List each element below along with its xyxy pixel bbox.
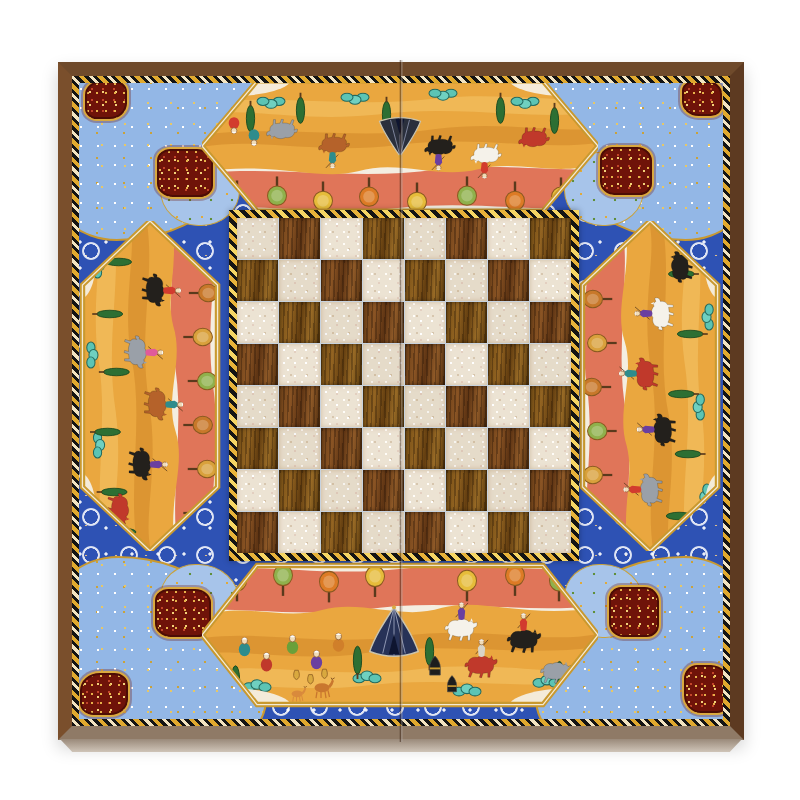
square-d7[interactable] bbox=[363, 260, 404, 301]
photo-canvas bbox=[0, 0, 800, 800]
square-g4[interactable] bbox=[488, 386, 529, 427]
square-a6[interactable] bbox=[237, 302, 278, 343]
square-b7[interactable] bbox=[279, 260, 320, 301]
figure-icon bbox=[686, 522, 704, 533]
square-c2[interactable] bbox=[321, 470, 362, 511]
square-c4[interactable] bbox=[321, 386, 362, 427]
square-g3[interactable] bbox=[488, 428, 529, 469]
square-d8[interactable] bbox=[363, 218, 404, 259]
square-d3[interactable] bbox=[363, 428, 404, 469]
square-e7[interactable] bbox=[405, 260, 446, 301]
miniature-panel-right bbox=[578, 221, 722, 551]
square-h3[interactable] bbox=[530, 428, 571, 469]
square-a7[interactable] bbox=[237, 260, 278, 301]
square-f8[interactable] bbox=[446, 218, 487, 259]
square-c3[interactable] bbox=[321, 428, 362, 469]
square-f7[interactable] bbox=[446, 260, 487, 301]
square-a3[interactable] bbox=[237, 428, 278, 469]
square-f4[interactable] bbox=[446, 386, 487, 427]
vessel-icon bbox=[294, 670, 300, 679]
square-d1[interactable] bbox=[363, 512, 404, 553]
square-b2[interactable] bbox=[279, 470, 320, 511]
square-c7[interactable] bbox=[321, 260, 362, 301]
square-g2[interactable] bbox=[488, 470, 529, 511]
square-e8[interactable] bbox=[405, 218, 446, 259]
square-b5[interactable] bbox=[279, 344, 320, 385]
square-g6[interactable] bbox=[488, 302, 529, 343]
square-a1[interactable] bbox=[237, 512, 278, 553]
square-e2[interactable] bbox=[405, 470, 446, 511]
square-b3[interactable] bbox=[279, 428, 320, 469]
fold-seam bbox=[399, 60, 403, 742]
square-d2[interactable] bbox=[363, 470, 404, 511]
square-h2[interactable] bbox=[530, 470, 571, 511]
square-e3[interactable] bbox=[405, 428, 446, 469]
square-e5[interactable] bbox=[405, 344, 446, 385]
square-h6[interactable] bbox=[530, 302, 571, 343]
medallion-large-br bbox=[607, 585, 661, 639]
square-a2[interactable] bbox=[237, 470, 278, 511]
square-f3[interactable] bbox=[446, 428, 487, 469]
square-f5[interactable] bbox=[446, 344, 487, 385]
medallion-small-tr bbox=[680, 79, 724, 118]
board-border bbox=[229, 210, 579, 561]
square-h8[interactable] bbox=[530, 218, 571, 259]
square-h5[interactable] bbox=[530, 344, 571, 385]
miniature-panel-left bbox=[78, 221, 222, 551]
square-c1[interactable] bbox=[321, 512, 362, 553]
square-d6[interactable] bbox=[363, 302, 404, 343]
square-h4[interactable] bbox=[530, 386, 571, 427]
square-c8[interactable] bbox=[321, 218, 362, 259]
square-b6[interactable] bbox=[279, 302, 320, 343]
medallion-small-tl bbox=[83, 79, 129, 121]
medallion-large-tr bbox=[598, 145, 654, 197]
square-g8[interactable] bbox=[488, 218, 529, 259]
chess-box bbox=[58, 62, 744, 740]
square-e4[interactable] bbox=[405, 386, 446, 427]
square-e6[interactable] bbox=[405, 302, 446, 343]
square-g1[interactable] bbox=[488, 512, 529, 553]
square-b4[interactable] bbox=[279, 386, 320, 427]
square-a8[interactable] bbox=[237, 218, 278, 259]
medallion-small-bl bbox=[78, 671, 130, 717]
square-a5[interactable] bbox=[237, 344, 278, 385]
square-d5[interactable] bbox=[363, 344, 404, 385]
square-b8[interactable] bbox=[279, 218, 320, 259]
square-b1[interactable] bbox=[279, 512, 320, 553]
square-h1[interactable] bbox=[530, 512, 571, 553]
medallion-small-br bbox=[682, 663, 730, 715]
square-f6[interactable] bbox=[446, 302, 487, 343]
square-h7[interactable] bbox=[530, 260, 571, 301]
square-d4[interactable] bbox=[363, 386, 404, 427]
square-g5[interactable] bbox=[488, 344, 529, 385]
square-f2[interactable] bbox=[446, 470, 487, 511]
square-g7[interactable] bbox=[488, 260, 529, 301]
square-c5[interactable] bbox=[321, 344, 362, 385]
square-c6[interactable] bbox=[321, 302, 362, 343]
figure-icon bbox=[99, 238, 117, 249]
square-a4[interactable] bbox=[237, 386, 278, 427]
square-f1[interactable] bbox=[446, 512, 487, 553]
chess-board bbox=[237, 218, 571, 553]
square-e1[interactable] bbox=[405, 512, 446, 553]
